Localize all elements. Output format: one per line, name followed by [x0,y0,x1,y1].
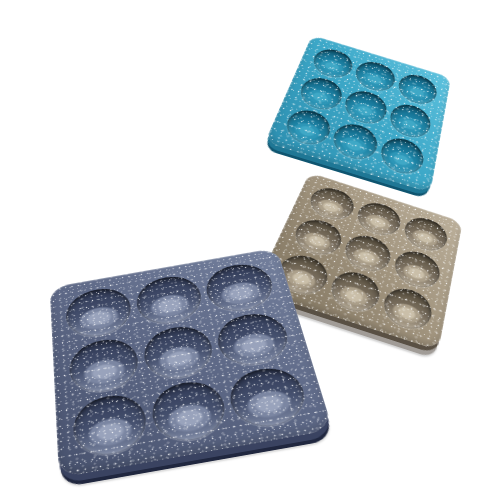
muffin-cup [326,266,384,317]
muffin-cup [380,283,435,335]
product-photo [0,0,500,500]
muffin-cup [387,100,433,142]
muffin-cup [353,198,404,240]
muffin-cup [290,215,347,260]
muffin-cup [341,87,389,128]
muffin-cup [203,260,278,316]
muffin-cup [213,309,293,371]
muffin-cup [340,230,394,276]
muffin-pan-navy [32,206,324,498]
muffin-cup [65,284,134,341]
muffin-cup [401,213,450,256]
muffin-cup [281,105,335,149]
navy-pan-body [50,248,333,478]
muffin-cup [134,272,206,328]
muffin-cup [141,322,218,384]
cup-grid [50,248,333,478]
muffin-cup [309,45,356,82]
muffin-cup [296,74,346,114]
muffin-cup [352,58,398,96]
muffin-cup [391,246,443,293]
muffin-cup [149,377,231,446]
muffin-cup [72,391,149,461]
muffin-cup [68,334,141,397]
muffin-cup [395,70,439,108]
muffin-cup [305,183,358,225]
muffin-cup [225,364,311,432]
